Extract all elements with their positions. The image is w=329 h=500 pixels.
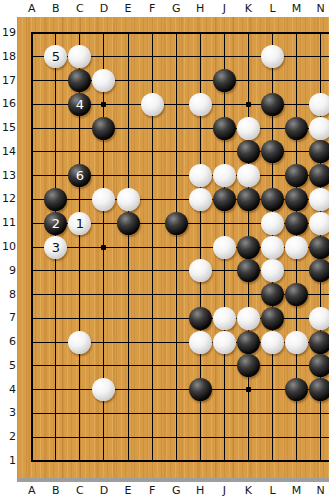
stone-white-M6 bbox=[285, 331, 308, 354]
stone-white-C6 bbox=[68, 331, 91, 354]
row-label-17: 17 bbox=[0, 73, 16, 89]
column-label-top-C: C bbox=[70, 1, 90, 17]
stone-black-E11 bbox=[117, 212, 140, 235]
column-label-top-E: E bbox=[118, 1, 138, 17]
column-label-bottom-D: D bbox=[94, 482, 114, 500]
row-label-11: 11 bbox=[0, 215, 16, 231]
column-label-bottom-H: H bbox=[190, 482, 210, 500]
stone-white-K13 bbox=[237, 164, 260, 187]
row-label-12: 12 bbox=[0, 191, 16, 207]
stone-black-M8 bbox=[285, 283, 308, 306]
row-label-10: 10 bbox=[0, 239, 16, 255]
stone-white-J7 bbox=[213, 307, 236, 330]
stone-white-N16 bbox=[309, 93, 329, 116]
stone-black-J12 bbox=[213, 188, 236, 211]
stone-white-E12 bbox=[117, 188, 140, 211]
stone-white-L9 bbox=[261, 259, 284, 282]
column-label-bottom-F: F bbox=[142, 482, 162, 500]
stone-white-N7 bbox=[309, 307, 329, 330]
stone-black-M12 bbox=[285, 188, 308, 211]
row-label-8: 8 bbox=[0, 287, 16, 303]
column-label-bottom-K: K bbox=[238, 482, 258, 500]
stone-black-B11: 2 bbox=[44, 212, 67, 235]
stone-white-N11 bbox=[309, 212, 329, 235]
stone-white-J13 bbox=[213, 164, 236, 187]
column-label-bottom-B: B bbox=[46, 482, 66, 500]
column-label-bottom-N: N bbox=[311, 482, 329, 500]
grid-line-horizontal bbox=[31, 365, 329, 366]
stone-black-K5 bbox=[237, 354, 260, 377]
go-diagram-screenshot: 462513AABBCCDDEEFFGGHHJJKKLLMMNN19181716… bbox=[0, 0, 329, 500]
column-label-top-F: F bbox=[142, 1, 162, 17]
row-label-15: 15 bbox=[0, 120, 16, 136]
stone-white-N12 bbox=[309, 188, 329, 211]
stone-black-K14 bbox=[237, 140, 260, 163]
row-label-9: 9 bbox=[0, 263, 16, 279]
row-label-4: 4 bbox=[0, 382, 16, 398]
row-label-3: 3 bbox=[0, 405, 16, 421]
grid-line-vertical bbox=[128, 32, 129, 462]
stone-black-M13 bbox=[285, 164, 308, 187]
stone-black-B12 bbox=[44, 188, 67, 211]
stone-white-H12 bbox=[189, 188, 212, 211]
stone-black-L14 bbox=[261, 140, 284, 163]
row-label-13: 13 bbox=[0, 168, 16, 184]
grid-line-horizontal bbox=[31, 32, 329, 34]
stone-black-C13: 6 bbox=[68, 164, 91, 187]
grid-line-horizontal bbox=[31, 151, 329, 152]
stone-white-K7 bbox=[237, 307, 260, 330]
column-label-top-G: G bbox=[166, 1, 186, 17]
stone-black-K10 bbox=[237, 236, 260, 259]
stone-white-D12 bbox=[92, 188, 115, 211]
stone-white-L10 bbox=[261, 236, 284, 259]
column-label-bottom-G: G bbox=[166, 482, 186, 500]
column-label-top-B: B bbox=[46, 1, 66, 17]
column-label-top-D: D bbox=[94, 1, 114, 17]
stone-black-M4 bbox=[285, 378, 308, 401]
grid-line-horizontal bbox=[31, 318, 329, 319]
stone-black-N5 bbox=[309, 354, 329, 377]
stone-white-J10 bbox=[213, 236, 236, 259]
stone-black-L16 bbox=[261, 93, 284, 116]
row-label-6: 6 bbox=[0, 334, 16, 350]
column-label-bottom-A: A bbox=[22, 482, 42, 500]
stone-black-N4 bbox=[309, 378, 329, 401]
stone-black-M15 bbox=[285, 117, 308, 140]
stone-black-D15 bbox=[92, 117, 115, 140]
stone-black-C17 bbox=[68, 69, 91, 92]
grid-line-horizontal bbox=[31, 270, 329, 271]
grid-line-horizontal bbox=[31, 460, 329, 462]
stone-black-N14 bbox=[309, 140, 329, 163]
stone-black-N13 bbox=[309, 164, 329, 187]
stone-black-K9 bbox=[237, 259, 260, 282]
column-label-top-M: M bbox=[287, 1, 307, 17]
stone-black-N10 bbox=[309, 236, 329, 259]
row-label-2: 2 bbox=[0, 429, 16, 445]
stone-black-K12 bbox=[237, 188, 260, 211]
stone-white-B10: 3 bbox=[44, 236, 67, 259]
stone-white-H13 bbox=[189, 164, 212, 187]
column-label-top-L: L bbox=[263, 1, 283, 17]
row-label-1: 1 bbox=[0, 453, 16, 469]
stone-black-N9 bbox=[309, 259, 329, 282]
stone-black-L12 bbox=[261, 188, 284, 211]
star-point bbox=[246, 387, 251, 392]
stone-white-F16 bbox=[141, 93, 164, 116]
column-label-bottom-J: J bbox=[214, 482, 234, 500]
column-label-bottom-M: M bbox=[287, 482, 307, 500]
stone-black-C16: 4 bbox=[68, 93, 91, 116]
star-point bbox=[101, 245, 106, 250]
stone-white-L6 bbox=[261, 331, 284, 354]
stone-white-C18 bbox=[68, 45, 91, 68]
stone-white-D17 bbox=[92, 69, 115, 92]
column-label-top-J: J bbox=[214, 1, 234, 17]
star-point bbox=[246, 102, 251, 107]
stone-white-H6 bbox=[189, 331, 212, 354]
stone-white-L18 bbox=[261, 45, 284, 68]
row-label-5: 5 bbox=[0, 358, 16, 374]
row-label-7: 7 bbox=[0, 310, 16, 326]
stone-black-J15 bbox=[213, 117, 236, 140]
grid-line-horizontal bbox=[31, 437, 329, 438]
stone-white-H9 bbox=[189, 259, 212, 282]
column-label-bottom-C: C bbox=[70, 482, 90, 500]
column-label-bottom-E: E bbox=[118, 482, 138, 500]
stone-white-K15 bbox=[237, 117, 260, 140]
stone-white-C11: 1 bbox=[68, 212, 91, 235]
column-label-bottom-L: L bbox=[263, 482, 283, 500]
board-layer: 462513AABBCCDDEEFFGGHHJJKKLLMMNN19181716… bbox=[0, 0, 329, 500]
stone-white-M10 bbox=[285, 236, 308, 259]
column-label-top-A: A bbox=[22, 1, 42, 17]
column-label-top-K: K bbox=[238, 1, 258, 17]
stone-black-J17 bbox=[213, 69, 236, 92]
stone-white-H16 bbox=[189, 93, 212, 116]
grid-line-vertical bbox=[31, 32, 33, 462]
stone-white-B18: 5 bbox=[44, 45, 67, 68]
row-label-16: 16 bbox=[0, 96, 16, 112]
stone-black-N6 bbox=[309, 331, 329, 354]
row-label-14: 14 bbox=[0, 144, 16, 160]
stone-white-J6 bbox=[213, 331, 236, 354]
stone-black-G11 bbox=[165, 212, 188, 235]
stone-white-D4 bbox=[92, 378, 115, 401]
stone-black-K6 bbox=[237, 331, 260, 354]
column-label-top-N: N bbox=[311, 1, 329, 17]
stone-black-H4 bbox=[189, 378, 212, 401]
row-label-18: 18 bbox=[0, 49, 16, 65]
stone-black-L7 bbox=[261, 307, 284, 330]
stone-black-H7 bbox=[189, 307, 212, 330]
stone-white-N15 bbox=[309, 117, 329, 140]
stone-black-M11 bbox=[285, 212, 308, 235]
grid-line-horizontal bbox=[31, 413, 329, 414]
star-point bbox=[101, 102, 106, 107]
column-label-top-H: H bbox=[190, 1, 210, 17]
grid-line-vertical bbox=[176, 32, 177, 462]
stone-white-L11 bbox=[261, 212, 284, 235]
stone-black-L8 bbox=[261, 283, 284, 306]
row-label-19: 19 bbox=[0, 25, 16, 41]
